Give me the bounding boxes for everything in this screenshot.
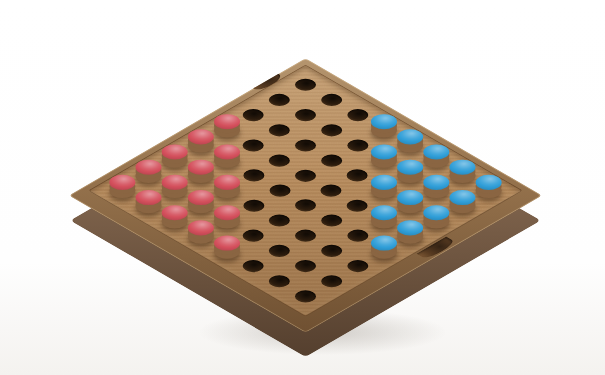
hole bbox=[291, 227, 321, 244]
hole bbox=[265, 242, 295, 259]
hole bbox=[265, 273, 295, 290]
hole bbox=[343, 227, 373, 244]
hole bbox=[317, 242, 347, 259]
hole bbox=[291, 76, 321, 93]
hole bbox=[265, 182, 295, 199]
hole bbox=[239, 167, 269, 184]
hole bbox=[291, 106, 321, 123]
peg-grid bbox=[97, 70, 514, 312]
hole bbox=[239, 258, 269, 275]
hole bbox=[265, 121, 295, 138]
hole bbox=[317, 152, 347, 169]
hole bbox=[317, 91, 347, 108]
hole bbox=[291, 258, 321, 275]
hole bbox=[265, 212, 295, 229]
hole bbox=[343, 258, 373, 275]
hole bbox=[239, 197, 269, 214]
hole bbox=[291, 137, 321, 154]
hole bbox=[239, 137, 269, 154]
hole bbox=[317, 273, 347, 290]
hole bbox=[343, 106, 373, 123]
product-photo-stage bbox=[0, 0, 605, 375]
hole bbox=[291, 197, 321, 214]
board-surface bbox=[88, 65, 522, 317]
hole bbox=[265, 152, 295, 169]
hole bbox=[291, 167, 321, 184]
hole bbox=[317, 182, 347, 199]
hole bbox=[239, 106, 269, 123]
hole bbox=[265, 91, 295, 108]
hole bbox=[343, 197, 373, 214]
hole bbox=[291, 288, 321, 305]
hole bbox=[343, 167, 373, 184]
hole bbox=[317, 121, 347, 138]
hole bbox=[239, 227, 269, 244]
game-board-lid bbox=[69, 58, 543, 333]
hole bbox=[317, 212, 347, 229]
hole bbox=[343, 137, 373, 154]
